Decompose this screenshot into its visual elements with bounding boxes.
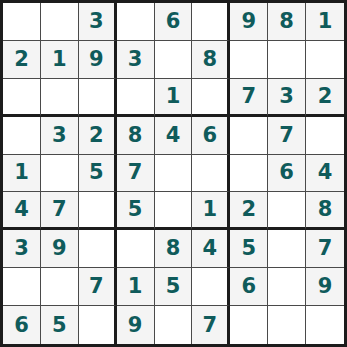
sudoku-cell-empty[interactable] [192,155,230,193]
sudoku-cell-given: 9 [79,41,117,79]
sudoku-cell-given: 1 [117,268,155,306]
sudoku-cell-given: 8 [117,117,155,155]
sudoku-cell-empty[interactable] [268,41,306,79]
sudoku-cell-empty[interactable] [79,192,117,230]
sudoku-cell-empty[interactable] [155,41,193,79]
sudoku-cell-empty[interactable] [79,306,117,344]
sudoku-cell-empty[interactable] [117,230,155,268]
sudoku-cell-given: 4 [155,117,193,155]
sudoku-cell-empty[interactable] [268,268,306,306]
sudoku-cell-empty[interactable] [192,268,230,306]
sudoku-cell-empty[interactable] [41,3,79,41]
sudoku-cell-given: 9 [41,230,79,268]
sudoku-cell-given: 1 [192,192,230,230]
sudoku-cell-given: 7 [192,306,230,344]
sudoku-cell-given: 9 [306,268,344,306]
sudoku-cell-given: 9 [230,3,268,41]
sudoku-cell-empty[interactable] [230,155,268,193]
sudoku-board: 3698121938173232846715764475128398457715… [0,0,347,347]
sudoku-cell-empty[interactable] [79,79,117,117]
sudoku-cell-given: 5 [79,155,117,193]
sudoku-cell-empty[interactable] [230,306,268,344]
sudoku-cell-empty[interactable] [192,3,230,41]
sudoku-cell-empty[interactable] [41,268,79,306]
sudoku-cell-given: 8 [155,230,193,268]
sudoku-cell-given: 3 [117,41,155,79]
sudoku-cell-given: 7 [306,230,344,268]
sudoku-cell-given: 3 [268,79,306,117]
sudoku-cell-given: 9 [117,306,155,344]
sudoku-cell-empty[interactable] [268,306,306,344]
sudoku-cell-empty[interactable] [3,268,41,306]
sudoku-cell-given: 5 [117,192,155,230]
sudoku-cell-given: 5 [41,306,79,344]
sudoku-cell-given: 4 [3,192,41,230]
sudoku-cell-given: 7 [268,117,306,155]
sudoku-cell-given: 6 [230,268,268,306]
sudoku-cell-empty[interactable] [117,3,155,41]
sudoku-cell-empty[interactable] [3,79,41,117]
sudoku-cell-empty[interactable] [41,155,79,193]
sudoku-cell-given: 8 [306,192,344,230]
sudoku-cell-empty[interactable] [79,230,117,268]
sudoku-cell-empty[interactable] [230,41,268,79]
sudoku-cell-given: 8 [268,3,306,41]
sudoku-cell-empty[interactable] [192,79,230,117]
sudoku-cell-empty[interactable] [306,41,344,79]
sudoku-cell-empty[interactable] [268,192,306,230]
sudoku-cell-empty[interactable] [3,3,41,41]
sudoku-cell-given: 1 [155,79,193,117]
sudoku-cell-given: 6 [155,3,193,41]
sudoku-cell-given: 7 [41,192,79,230]
sudoku-cell-empty[interactable] [117,79,155,117]
sudoku-cell-given: 6 [268,155,306,193]
sudoku-cell-empty[interactable] [306,306,344,344]
sudoku-cell-given: 1 [306,3,344,41]
sudoku-cell-given: 1 [3,155,41,193]
sudoku-cell-given: 7 [230,79,268,117]
sudoku-cell-given: 2 [79,117,117,155]
sudoku-cell-empty[interactable] [268,230,306,268]
sudoku-cell-given: 3 [41,117,79,155]
sudoku-cell-given: 8 [192,41,230,79]
sudoku-cell-empty[interactable] [230,117,268,155]
sudoku-cell-given: 1 [41,41,79,79]
sudoku-cell-given: 4 [192,230,230,268]
sudoku-cell-given: 7 [117,155,155,193]
sudoku-cell-given: 2 [230,192,268,230]
sudoku-cell-empty[interactable] [155,155,193,193]
sudoku-cell-empty[interactable] [3,117,41,155]
sudoku-cell-given: 5 [230,230,268,268]
sudoku-cell-empty[interactable] [155,192,193,230]
sudoku-cell-given: 2 [306,79,344,117]
sudoku-cell-given: 2 [3,41,41,79]
sudoku-cell-given: 4 [306,155,344,193]
sudoku-cell-given: 7 [79,268,117,306]
sudoku-cell-empty[interactable] [41,79,79,117]
sudoku-cell-empty[interactable] [306,117,344,155]
sudoku-cell-given: 3 [79,3,117,41]
sudoku-cell-given: 6 [192,117,230,155]
sudoku-cell-empty[interactable] [155,306,193,344]
sudoku-cell-given: 6 [3,306,41,344]
sudoku-cell-given: 3 [3,230,41,268]
sudoku-cell-given: 5 [155,268,193,306]
